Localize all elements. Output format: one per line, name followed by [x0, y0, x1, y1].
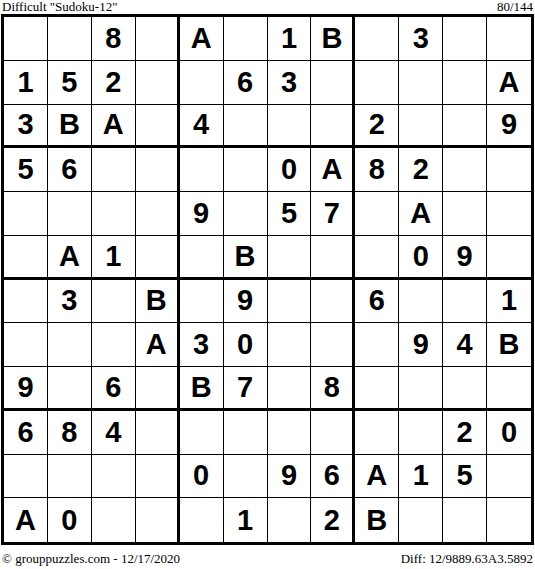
cell-r9c3[interactable]: 6 — [92, 367, 136, 411]
cell-r9c1[interactable]: 9 — [4, 367, 48, 411]
cell-r7c6[interactable]: 9 — [224, 280, 268, 324]
cell-r6c7[interactable] — [268, 236, 312, 280]
cell-r6c6[interactable]: B — [224, 236, 268, 280]
cell-r7c4[interactable]: B — [136, 280, 180, 324]
cell-r2c10[interactable] — [399, 61, 443, 105]
cell-r11c1[interactable] — [4, 455, 48, 499]
cell-r2c8[interactable] — [311, 61, 355, 105]
cell-r7c8[interactable] — [311, 280, 355, 324]
cell-r5c6[interactable] — [224, 192, 268, 236]
cell-r11c5[interactable]: 0 — [180, 455, 224, 499]
cell-r6c9[interactable] — [355, 236, 399, 280]
cell-r11c11[interactable]: 5 — [443, 455, 487, 499]
cell-r4c1[interactable]: 5 — [4, 148, 48, 192]
cell-r12c8[interactable]: 2 — [311, 498, 355, 542]
cell-r3c8[interactable] — [311, 105, 355, 149]
puzzle-counter: 80/144 — [497, 0, 533, 14]
cell-r10c11[interactable]: 2 — [443, 411, 487, 455]
cell-r4c6[interactable] — [224, 148, 268, 192]
cell-r5c2[interactable] — [48, 192, 92, 236]
cell-r2c7[interactable]: 3 — [268, 61, 312, 105]
cell-r5c12[interactable] — [487, 192, 531, 236]
cell-r9c10[interactable] — [399, 367, 443, 411]
cell-r12c11[interactable] — [443, 498, 487, 542]
cell-r11c4[interactable] — [136, 455, 180, 499]
cell-r1c12[interactable] — [487, 17, 531, 61]
cell-r8c1[interactable] — [4, 323, 48, 367]
cell-r5c7[interactable]: 5 — [268, 192, 312, 236]
cell-r1c11[interactable] — [443, 17, 487, 61]
cell-r5c1[interactable] — [4, 192, 48, 236]
cell-r8c2[interactable] — [48, 323, 92, 367]
cell-r3c5[interactable]: 4 — [180, 105, 224, 149]
cell-r8c8[interactable] — [311, 323, 355, 367]
cell-r2c4[interactable] — [136, 61, 180, 105]
cell-r11c3[interactable] — [92, 455, 136, 499]
cell-r4c11[interactable] — [443, 148, 487, 192]
cell-r6c12[interactable] — [487, 236, 531, 280]
cell-r4c5[interactable] — [180, 148, 224, 192]
cell-r9c12[interactable] — [487, 367, 531, 411]
cell-r4c10[interactable]: 2 — [399, 148, 443, 192]
cell-r2c5[interactable] — [180, 61, 224, 105]
cell-r2c3[interactable]: 2 — [92, 61, 136, 105]
cell-r10c7[interactable] — [268, 411, 312, 455]
cell-r7c10[interactable] — [399, 280, 443, 324]
cell-r7c12[interactable]: 1 — [487, 280, 531, 324]
difficulty-code: Diff: 12/9889.63A3.5892 — [401, 551, 533, 567]
page-header: Difficult "Sudoku-12" 80/144 — [2, 0, 533, 14]
cell-r3c12[interactable]: 9 — [487, 105, 531, 149]
cell-r6c2[interactable]: A — [48, 236, 92, 280]
cell-r6c1[interactable] — [4, 236, 48, 280]
cell-r4c7[interactable]: 0 — [268, 148, 312, 192]
page-footer: © grouppuzzles.com - 12/17/2020 Diff: 12… — [2, 549, 533, 567]
cell-r6c8[interactable] — [311, 236, 355, 280]
cell-r12c5[interactable] — [180, 498, 224, 542]
cell-r4c2[interactable]: 6 — [48, 148, 92, 192]
cell-r3c1[interactable]: 3 — [4, 105, 48, 149]
cell-r12c1[interactable]: A — [4, 498, 48, 542]
cell-r12c9[interactable]: B — [355, 498, 399, 542]
cell-r11c6[interactable] — [224, 455, 268, 499]
cell-r7c9[interactable]: 6 — [355, 280, 399, 324]
cell-r5c4[interactable] — [136, 192, 180, 236]
cell-r5c8[interactable]: 7 — [311, 192, 355, 236]
cell-r6c3[interactable]: 1 — [92, 236, 136, 280]
cell-r9c6[interactable]: 7 — [224, 367, 268, 411]
cell-r1c6[interactable] — [224, 17, 268, 61]
cell-r4c4[interactable] — [136, 148, 180, 192]
cell-r4c12[interactable] — [487, 148, 531, 192]
cell-r1c7[interactable]: 1 — [268, 17, 312, 61]
cell-r10c1[interactable]: 6 — [4, 411, 48, 455]
cell-r9c9[interactable] — [355, 367, 399, 411]
cell-r8c9[interactable] — [355, 323, 399, 367]
cell-r10c5[interactable] — [180, 411, 224, 455]
cell-r7c2[interactable]: 3 — [48, 280, 92, 324]
cell-r6c4[interactable] — [136, 236, 180, 280]
cell-r10c9[interactable] — [355, 411, 399, 455]
cell-r5c3[interactable] — [92, 192, 136, 236]
puzzle-title: Difficult "Sudoku-12" — [2, 0, 117, 14]
cell-r9c2[interactable] — [48, 367, 92, 411]
cell-r2c2[interactable]: 5 — [48, 61, 92, 105]
cell-r12c12[interactable] — [487, 498, 531, 542]
copyright-text: © grouppuzzles.com - 12/17/2020 — [2, 551, 180, 567]
cell-r1c2[interactable] — [48, 17, 92, 61]
cell-r1c4[interactable] — [136, 17, 180, 61]
cell-r3c11[interactable] — [443, 105, 487, 149]
cell-r5c11[interactable] — [443, 192, 487, 236]
cell-r3c3[interactable]: A — [92, 105, 136, 149]
cell-r7c1[interactable] — [4, 280, 48, 324]
cell-r10c3[interactable]: 4 — [92, 411, 136, 455]
cell-r7c3[interactable] — [92, 280, 136, 324]
cell-r7c7[interactable] — [268, 280, 312, 324]
cell-r10c2[interactable]: 8 — [48, 411, 92, 455]
cell-r3c6[interactable] — [224, 105, 268, 149]
cell-r10c10[interactable] — [399, 411, 443, 455]
cell-r11c10[interactable]: 1 — [399, 455, 443, 499]
cell-r12c3[interactable] — [92, 498, 136, 542]
cell-r3c4[interactable] — [136, 105, 180, 149]
cell-r8c12[interactable]: B — [487, 323, 531, 367]
cell-r4c8[interactable]: A — [311, 148, 355, 192]
cell-r10c8[interactable] — [311, 411, 355, 455]
cell-r4c3[interactable] — [92, 148, 136, 192]
cell-r9c8[interactable]: 8 — [311, 367, 355, 411]
cell-r10c4[interactable] — [136, 411, 180, 455]
cell-r8c6[interactable]: 0 — [224, 323, 268, 367]
sudoku-grid: 8A1B315263A3BA429560A82957AA1B093B961A30… — [1, 14, 534, 545]
cell-r8c10[interactable]: 9 — [399, 323, 443, 367]
cell-r10c12[interactable]: 0 — [487, 411, 531, 455]
cell-r5c5[interactable]: 9 — [180, 192, 224, 236]
cell-r9c7[interactable] — [268, 367, 312, 411]
cell-r11c9[interactable]: A — [355, 455, 399, 499]
cell-r3c10[interactable] — [399, 105, 443, 149]
cell-r3c9[interactable]: 2 — [355, 105, 399, 149]
cell-r11c8[interactable]: 6 — [311, 455, 355, 499]
cell-r12c4[interactable] — [136, 498, 180, 542]
cell-r12c6[interactable]: 1 — [224, 498, 268, 542]
cell-r6c5[interactable] — [180, 236, 224, 280]
cell-r2c11[interactable] — [443, 61, 487, 105]
cell-r10c6[interactable] — [224, 411, 268, 455]
cell-r8c4[interactable]: A — [136, 323, 180, 367]
cell-r3c2[interactable]: B — [48, 105, 92, 149]
cell-r1c3[interactable]: 8 — [92, 17, 136, 61]
cell-r1c5[interactable]: A — [180, 17, 224, 61]
cell-r11c7[interactable]: 9 — [268, 455, 312, 499]
cell-r1c8[interactable]: B — [311, 17, 355, 61]
cell-r8c3[interactable] — [92, 323, 136, 367]
cell-r1c10[interactable]: 3 — [399, 17, 443, 61]
cell-r2c6[interactable]: 6 — [224, 61, 268, 105]
cell-r5c10[interactable]: A — [399, 192, 443, 236]
cell-r11c12[interactable] — [487, 455, 531, 499]
cell-r11c2[interactable] — [48, 455, 92, 499]
cell-r7c11[interactable] — [443, 280, 487, 324]
cell-r1c9[interactable] — [355, 17, 399, 61]
cell-r9c5[interactable]: B — [180, 367, 224, 411]
cell-r5c9[interactable] — [355, 192, 399, 236]
cell-r9c4[interactable] — [136, 367, 180, 411]
cell-r8c5[interactable]: 3 — [180, 323, 224, 367]
cell-r12c10[interactable] — [399, 498, 443, 542]
cell-r4c9[interactable]: 8 — [355, 148, 399, 192]
cell-r1c1[interactable] — [4, 17, 48, 61]
cell-r6c10[interactable]: 0 — [399, 236, 443, 280]
cell-r2c9[interactable] — [355, 61, 399, 105]
cell-r2c12[interactable]: A — [487, 61, 531, 105]
cell-r8c7[interactable] — [268, 323, 312, 367]
cell-r7c5[interactable] — [180, 280, 224, 324]
cell-r9c11[interactable] — [443, 367, 487, 411]
cell-r8c11[interactable]: 4 — [443, 323, 487, 367]
cell-r2c1[interactable]: 1 — [4, 61, 48, 105]
cell-r3c7[interactable] — [268, 105, 312, 149]
cell-r12c2[interactable]: 0 — [48, 498, 92, 542]
cell-r12c7[interactable] — [268, 498, 312, 542]
cell-r6c11[interactable]: 9 — [443, 236, 487, 280]
